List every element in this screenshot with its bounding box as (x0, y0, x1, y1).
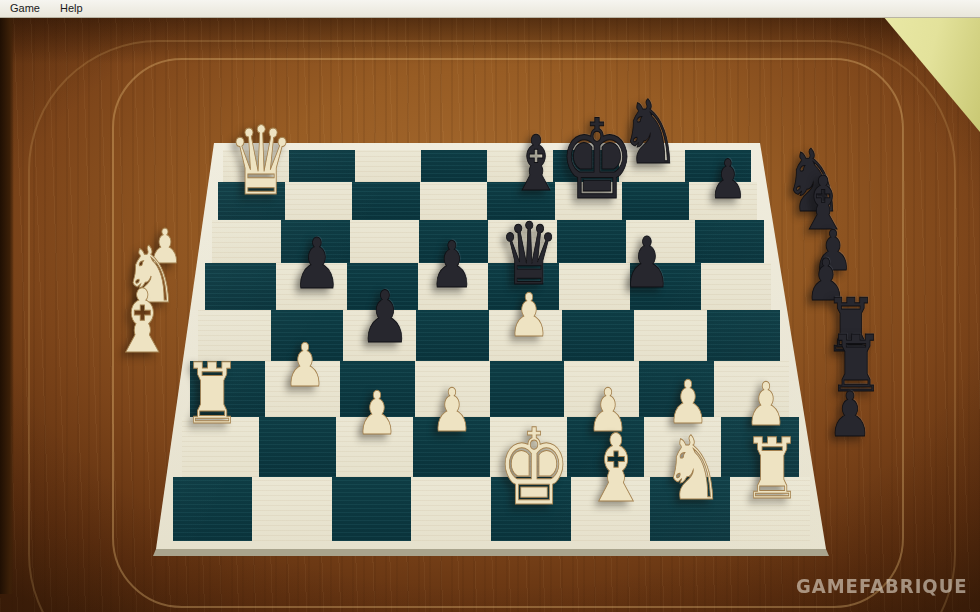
captured-black-pawn: ♟ (828, 384, 872, 446)
white-pawn-c2[interactable]: ♟ (356, 384, 398, 444)
square-b1[interactable] (252, 477, 332, 541)
white-pawn-b3[interactable]: ♟ (284, 336, 326, 396)
table-left-edge (0, 0, 14, 594)
square-f6[interactable] (557, 220, 626, 263)
square-h4[interactable] (707, 310, 780, 361)
square-b7[interactable] (285, 182, 352, 220)
white-rook-a2[interactable]: ♜ (183, 352, 242, 436)
black-pawn-b5[interactable]: ♟ (293, 229, 342, 299)
square-c7[interactable] (352, 182, 419, 220)
white-knight-g1[interactable]: ♞ (662, 425, 724, 513)
square-a5[interactable] (205, 263, 276, 310)
black-pawn-c4[interactable]: ♟ (360, 281, 410, 353)
white-king-e1[interactable]: ♚ (497, 414, 571, 520)
rank-row-5 (205, 263, 771, 310)
square-b2[interactable] (259, 417, 336, 477)
white-pawn-d2[interactable]: ♟ (431, 381, 473, 441)
square-c8[interactable] (355, 150, 421, 182)
square-g4[interactable] (634, 310, 707, 361)
square-d7[interactable] (420, 182, 487, 220)
white-pawn-e4[interactable]: ♟ (508, 286, 550, 346)
captured-white-bishop: ♝ (110, 278, 173, 366)
square-h6[interactable] (695, 220, 764, 263)
menu-game[interactable]: Game (0, 1, 50, 16)
square-a1[interactable] (173, 477, 253, 541)
black-pawn-h7[interactable]: ♟ (709, 152, 747, 206)
menu-help[interactable]: Help (50, 1, 93, 16)
square-c1[interactable] (332, 477, 412, 541)
square-c6[interactable] (350, 220, 419, 263)
square-d8[interactable] (421, 150, 487, 182)
black-pawn-d6[interactable]: ♟ (430, 233, 475, 297)
white-queen-a7[interactable]: ♛ (228, 114, 294, 209)
square-f4[interactable] (562, 310, 635, 361)
white-rook-h1[interactable]: ♜ (743, 427, 802, 511)
square-h5[interactable] (701, 263, 772, 310)
square-d1[interactable] (411, 477, 491, 541)
watermark: GameFabrique (796, 574, 976, 597)
menu-bar: Game Help (0, 0, 980, 18)
rank-row-7 (218, 182, 757, 220)
black-king-f7[interactable]: ♚ (559, 105, 636, 215)
black-pawn-g5[interactable]: ♟ (623, 228, 672, 298)
square-a6[interactable] (212, 220, 281, 263)
square-d4[interactable] (416, 310, 489, 361)
white-bishop-f1[interactable]: ♝ (583, 422, 649, 516)
black-bishop-e7[interactable]: ♝ (509, 126, 562, 202)
square-b8[interactable] (289, 150, 355, 182)
square-f5[interactable] (559, 263, 630, 310)
